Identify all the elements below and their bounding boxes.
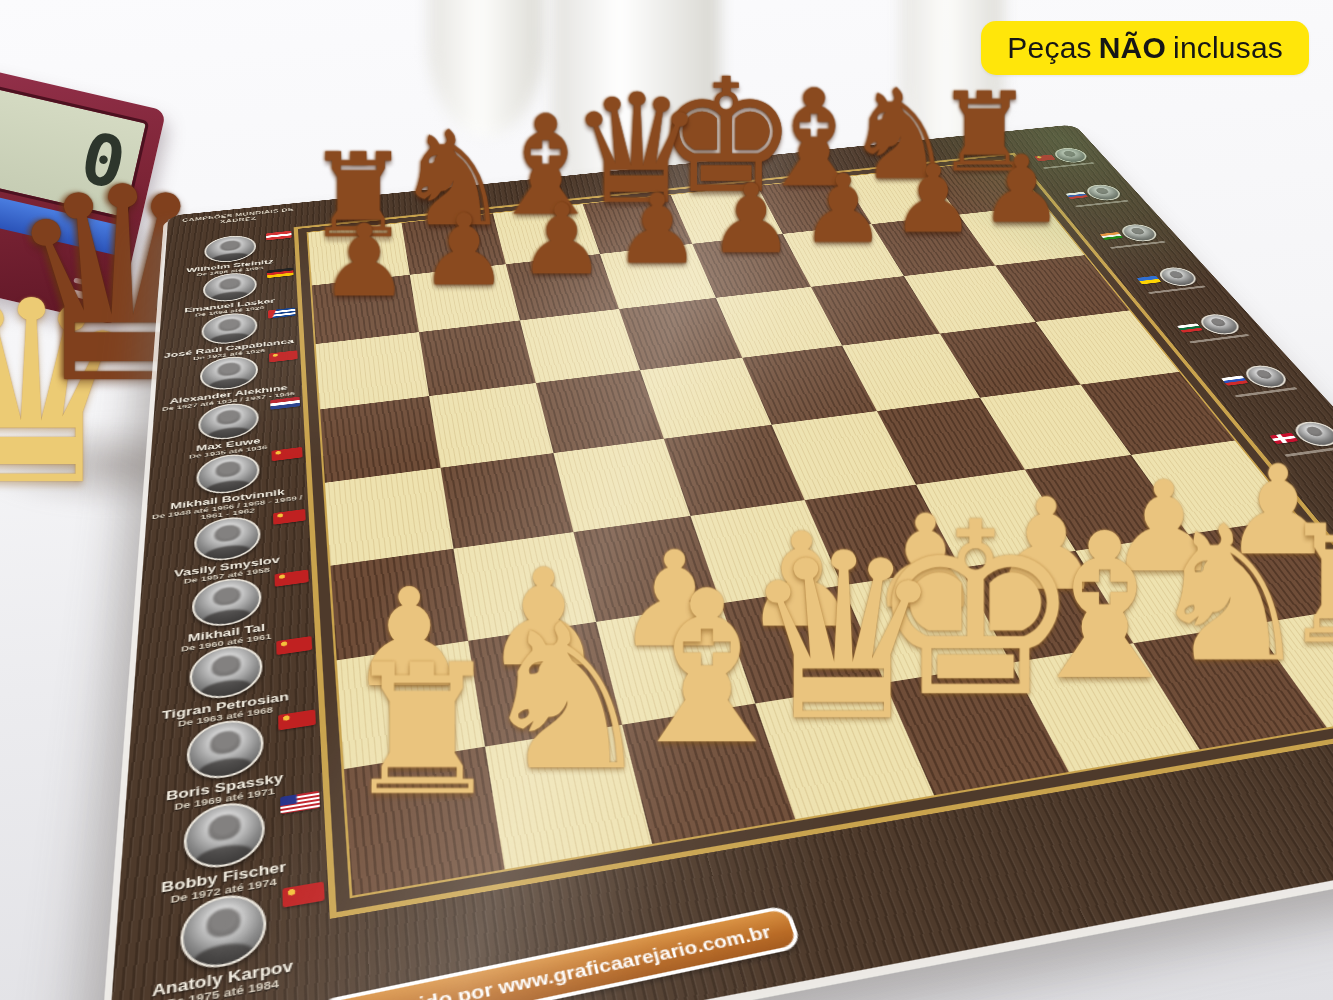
champion-entry-right xyxy=(1046,182,1144,209)
square-b4 xyxy=(441,453,574,549)
netherlands-flag-icon xyxy=(270,397,300,410)
badge-text-bold: NÃO xyxy=(1099,31,1166,64)
illegible-caption xyxy=(1110,241,1166,249)
champion-name: Mikhail Botvinnik xyxy=(147,485,308,515)
champion-years: De 1975 até 1984 xyxy=(110,968,333,1000)
ussr-flag-icon xyxy=(276,636,312,655)
chess-board: CAMPEÕES MUNDIAIS DE XADREZ Wilhelm Stei… xyxy=(103,124,1333,1000)
square-f1 xyxy=(1011,643,1200,772)
square-b5 xyxy=(429,383,553,468)
champion-years: De 1972 até 1974 xyxy=(118,868,328,915)
square-g1 xyxy=(1133,624,1326,749)
cuba-flag-icon xyxy=(268,307,296,318)
champion-entry: Bobby Fischer De 1972 até 1974 xyxy=(118,788,328,914)
square-e3 xyxy=(805,485,961,586)
square-c4 xyxy=(553,439,690,532)
austria-flag-icon xyxy=(266,231,292,241)
illegible-caption xyxy=(1284,445,1333,457)
square-g3 xyxy=(1025,455,1188,551)
india-flag-icon xyxy=(1100,232,1124,240)
champion-name: Anatoly Karpov xyxy=(111,951,332,1000)
germany-flag-icon xyxy=(267,268,294,278)
square-a5 xyxy=(320,396,440,483)
badge-text: Peças xyxy=(1007,31,1091,64)
square-g2 xyxy=(1076,534,1253,643)
champion-entry-right xyxy=(1197,361,1315,400)
bulgaria-flag-icon xyxy=(1177,323,1203,332)
russia-flag-icon xyxy=(1066,192,1088,199)
square-h1 xyxy=(1253,606,1333,728)
champion-portrait xyxy=(1288,420,1333,449)
champion-entry-right xyxy=(1079,221,1181,251)
ussr-flag-icon xyxy=(1034,155,1055,162)
champion-entry: Vasily Smyslov De 1957 até 1958 xyxy=(141,507,311,591)
champion-entry: Tigran Petrosian De 1963 até 1968 xyxy=(131,634,319,736)
square-a4 xyxy=(325,468,454,566)
champion-entry: Mikhail Tal De 1960 até 1961 xyxy=(136,568,315,660)
square-b2 xyxy=(468,622,622,747)
champions-header: CAMPEÕES MUNDIAIS DE XADREZ xyxy=(174,206,301,229)
champion-portrait xyxy=(191,575,261,631)
norway-flag-icon xyxy=(1269,433,1298,444)
champion-entry-right xyxy=(1015,145,1109,170)
illegible-caption xyxy=(1148,285,1207,294)
champion-entry: Boris Spassky De 1969 até 1971 xyxy=(125,707,323,820)
square-b1 xyxy=(485,725,652,870)
champion-portrait xyxy=(1082,183,1125,201)
champion-name: Tigran Petrosian xyxy=(131,686,318,726)
illegible-caption xyxy=(1234,387,1298,397)
product-photo-scene: 0 ♛ ♛ CAMPEÕES MUNDIAIS DE XADREZ Wilhel… xyxy=(0,0,1333,1000)
champion-entry-right xyxy=(1154,310,1266,345)
square-d2 xyxy=(721,585,885,703)
ussr-flag-icon xyxy=(269,350,298,362)
board-stage: CAMPEÕES MUNDIAIS DE XADREZ Wilhelm Stei… xyxy=(0,0,1333,1000)
ukraine-flag-icon xyxy=(1137,276,1162,285)
badge-text: inclusas xyxy=(1173,31,1283,64)
square-d3 xyxy=(690,500,842,603)
usa-flag-icon xyxy=(280,791,320,814)
champion-years: De 1948 até 1956 / 1958 - 1959 / 1961 - … xyxy=(146,493,309,528)
square-a1 xyxy=(344,747,505,896)
champion-years: De 1969 até 1971 xyxy=(125,778,323,820)
ussr-flag-icon xyxy=(282,882,324,908)
square-a3 xyxy=(330,549,468,661)
champion-entry-right xyxy=(1115,264,1222,296)
illegible-caption xyxy=(1189,334,1250,344)
champion-entry: Mikhail Botvinnik De 1948 até 1956 / 195… xyxy=(146,446,309,529)
illegible-caption xyxy=(1075,200,1129,207)
square-c3 xyxy=(573,516,720,622)
champion-portrait xyxy=(1195,313,1245,337)
ussr-flag-icon xyxy=(271,447,302,461)
square-b3 xyxy=(453,532,596,641)
champion-name: Bobby Fischer xyxy=(119,853,328,903)
champion-portrait xyxy=(186,716,264,784)
champion-portrait xyxy=(1117,223,1162,243)
square-f3 xyxy=(916,470,1076,568)
champion-name: Mikhail Tal xyxy=(137,615,315,651)
square-c1 xyxy=(622,704,795,844)
square-e1 xyxy=(885,663,1069,795)
champion-portrait xyxy=(196,451,260,497)
champion-portrait xyxy=(189,642,263,703)
champion-years: De 1963 até 1968 xyxy=(131,698,319,736)
ussr-flag-icon xyxy=(278,710,316,731)
champions-column-left: Wilhelm Steinitz De 1886 até 1893 Emanue… xyxy=(115,227,330,959)
champion-portrait xyxy=(179,889,267,974)
ussr-flag-icon xyxy=(273,509,306,525)
pieces-not-included-badge: PeçasNÃOinclusas xyxy=(981,21,1309,75)
square-f2 xyxy=(960,551,1133,663)
champion-entry: Anatoly Karpov De 1975 até 1984 xyxy=(110,879,333,1000)
producer-banner: produzido por www.graficaarejario.com.br xyxy=(316,904,803,1000)
champion-name: Vasily Smyslov xyxy=(142,550,311,583)
square-e2 xyxy=(842,568,1011,683)
champion-portrait xyxy=(1239,364,1293,390)
square-h3 xyxy=(1131,441,1297,535)
square-a2 xyxy=(337,641,485,769)
square-d1 xyxy=(755,683,934,819)
champion-portrait xyxy=(183,798,266,874)
champion-years: De 1957 até 1958 xyxy=(141,560,311,591)
illegible-caption xyxy=(1043,162,1095,169)
champion-portrait xyxy=(1050,147,1091,164)
champion-name: Boris Spassky xyxy=(125,765,322,810)
champion-years: De 1960 até 1961 xyxy=(136,626,315,660)
russia-flag-icon xyxy=(1221,375,1248,385)
champion-portrait xyxy=(194,514,261,565)
square-h2 xyxy=(1188,518,1333,624)
champion-portrait xyxy=(1154,266,1202,288)
square-c2 xyxy=(596,603,755,724)
ussr-flag-icon xyxy=(275,570,309,587)
